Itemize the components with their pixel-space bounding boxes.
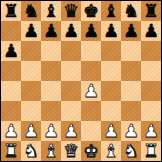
square-a4[interactable] (1, 81, 21, 101)
square-c8[interactable]: ♝ (41, 1, 61, 21)
square-b8[interactable]: ♞ (21, 1, 41, 21)
square-d2[interactable]: ♟ (61, 121, 81, 141)
square-f2[interactable]: ♟ (101, 121, 121, 141)
square-a6[interactable]: ♟ (1, 41, 21, 61)
black-rook[interactable]: ♜ (143, 1, 159, 21)
square-b6[interactable] (21, 41, 41, 61)
black-bishop[interactable]: ♝ (43, 1, 59, 21)
square-b7[interactable]: ♟ (21, 21, 41, 41)
square-a7[interactable] (1, 21, 21, 41)
square-h4[interactable] (141, 81, 161, 101)
white-pawn[interactable]: ♟ (123, 121, 139, 141)
white-pawn[interactable]: ♟ (3, 121, 19, 141)
square-g5[interactable] (121, 61, 141, 81)
white-bishop[interactable]: ♝ (43, 141, 59, 161)
square-a2[interactable]: ♟ (1, 121, 21, 141)
square-d4[interactable] (61, 81, 81, 101)
square-d6[interactable] (61, 41, 81, 61)
square-c7[interactable]: ♟ (41, 21, 61, 41)
square-b2[interactable]: ♟ (21, 121, 41, 141)
square-e6[interactable] (81, 41, 101, 61)
chess-board: ♜♞♝♛♚♝♞♜♟♟♟♟♟♟♟♟♟♟♟♟♟♟♟♟♜♞♝♛♚♝♞♜ (1, 1, 161, 161)
square-g8[interactable]: ♞ (121, 1, 141, 21)
square-a8[interactable]: ♜ (1, 1, 21, 21)
black-pawn[interactable]: ♟ (43, 21, 59, 41)
square-g6[interactable] (121, 41, 141, 61)
square-c4[interactable] (41, 81, 61, 101)
black-pawn[interactable]: ♟ (123, 21, 139, 41)
square-e4[interactable]: ♟ (81, 81, 101, 101)
square-b5[interactable] (21, 61, 41, 81)
square-a1[interactable]: ♜ (1, 141, 21, 161)
white-knight[interactable]: ♞ (123, 141, 139, 161)
black-pawn[interactable]: ♟ (3, 41, 19, 61)
white-knight[interactable]: ♞ (23, 141, 39, 161)
square-e8[interactable]: ♚ (81, 1, 101, 21)
square-g3[interactable] (121, 101, 141, 121)
black-pawn[interactable]: ♟ (143, 21, 159, 41)
square-e2[interactable] (81, 121, 101, 141)
white-bishop[interactable]: ♝ (103, 141, 119, 161)
square-h3[interactable] (141, 101, 161, 121)
square-c6[interactable] (41, 41, 61, 61)
black-pawn[interactable]: ♟ (103, 21, 119, 41)
square-d3[interactable] (61, 101, 81, 121)
white-queen[interactable]: ♛ (63, 141, 79, 161)
white-pawn[interactable]: ♟ (103, 121, 119, 141)
square-h1[interactable]: ♜ (141, 141, 161, 161)
square-d8[interactable]: ♛ (61, 1, 81, 21)
black-pawn[interactable]: ♟ (83, 21, 99, 41)
black-knight[interactable]: ♞ (23, 1, 39, 21)
square-f1[interactable]: ♝ (101, 141, 121, 161)
square-f7[interactable]: ♟ (101, 21, 121, 41)
square-d7[interactable]: ♟ (61, 21, 81, 41)
square-c1[interactable]: ♝ (41, 141, 61, 161)
square-e3[interactable] (81, 101, 101, 121)
square-f4[interactable] (101, 81, 121, 101)
square-h8[interactable]: ♜ (141, 1, 161, 21)
square-h7[interactable]: ♟ (141, 21, 161, 41)
square-g2[interactable]: ♟ (121, 121, 141, 141)
square-b3[interactable] (21, 101, 41, 121)
square-e5[interactable] (81, 61, 101, 81)
board-frame: ♜♞♝♛♚♝♞♜♟♟♟♟♟♟♟♟♟♟♟♟♟♟♟♟♜♞♝♛♚♝♞♜ (0, 0, 162, 162)
square-c5[interactable] (41, 61, 61, 81)
black-knight[interactable]: ♞ (123, 1, 139, 21)
square-a5[interactable] (1, 61, 21, 81)
black-pawn[interactable]: ♟ (63, 21, 79, 41)
square-d5[interactable] (61, 61, 81, 81)
square-e7[interactable]: ♟ (81, 21, 101, 41)
square-d1[interactable]: ♛ (61, 141, 81, 161)
square-a3[interactable] (1, 101, 21, 121)
black-rook[interactable]: ♜ (3, 1, 19, 21)
white-pawn[interactable]: ♟ (143, 121, 159, 141)
white-king[interactable]: ♚ (83, 141, 99, 161)
square-f5[interactable] (101, 61, 121, 81)
square-b1[interactable]: ♞ (21, 141, 41, 161)
black-queen[interactable]: ♛ (63, 1, 79, 21)
white-pawn[interactable]: ♟ (63, 121, 79, 141)
square-f8[interactable]: ♝ (101, 1, 121, 21)
white-pawn[interactable]: ♟ (23, 121, 39, 141)
white-pawn[interactable]: ♟ (43, 121, 59, 141)
square-c2[interactable]: ♟ (41, 121, 61, 141)
square-h2[interactable]: ♟ (141, 121, 161, 141)
white-rook[interactable]: ♜ (143, 141, 159, 161)
black-pawn[interactable]: ♟ (23, 21, 39, 41)
square-e1[interactable]: ♚ (81, 141, 101, 161)
square-f3[interactable] (101, 101, 121, 121)
square-b4[interactable] (21, 81, 41, 101)
square-g1[interactable]: ♞ (121, 141, 141, 161)
white-rook[interactable]: ♜ (3, 141, 19, 161)
square-h6[interactable] (141, 41, 161, 61)
square-g7[interactable]: ♟ (121, 21, 141, 41)
square-g4[interactable] (121, 81, 141, 101)
square-f6[interactable] (101, 41, 121, 61)
black-bishop[interactable]: ♝ (103, 1, 119, 21)
square-h5[interactable] (141, 61, 161, 81)
white-pawn[interactable]: ♟ (83, 81, 99, 101)
black-king[interactable]: ♚ (83, 1, 99, 21)
square-c3[interactable] (41, 101, 61, 121)
